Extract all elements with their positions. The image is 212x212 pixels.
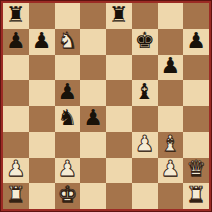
square-g6[interactable]: ♟ [158,55,184,81]
square-a2[interactable]: ♟ [3,158,29,184]
piece-black-pawn-h7[interactable]: ♟ [186,30,206,52]
square-g7[interactable] [158,29,184,55]
square-c7[interactable]: ♞ [55,29,81,55]
piece-black-pawn-c5[interactable]: ♟ [58,81,78,103]
square-f7[interactable]: ♚ [132,29,158,55]
square-h5[interactable] [183,80,209,106]
square-g1[interactable] [158,183,184,209]
square-g4[interactable] [158,106,184,132]
square-b6[interactable] [29,55,55,81]
square-f8[interactable] [132,3,158,29]
square-f6[interactable] [132,55,158,81]
piece-white-queeknight-h2[interactable]: ♛ [186,158,206,180]
square-c2[interactable]: ♟ [55,158,81,184]
piece-white-rook-a1[interactable]: ♜ [6,184,26,206]
square-g8[interactable] [158,3,184,29]
square-b8[interactable] [29,3,55,29]
square-g3[interactable]: ♝ [158,132,184,158]
square-d1[interactable] [80,183,106,209]
square-e1[interactable] [106,183,132,209]
square-e3[interactable] [106,132,132,158]
square-d2[interactable] [80,158,106,184]
square-c1[interactable]: ♚ [55,183,81,209]
square-h3[interactable] [183,132,209,158]
square-b7[interactable]: ♟ [29,29,55,55]
square-a4[interactable] [3,106,29,132]
piece-white-pawn-f3[interactable]: ♟ [135,133,155,155]
square-e7[interactable] [106,29,132,55]
square-d8[interactable] [80,3,106,29]
square-b4[interactable] [29,106,55,132]
square-f5[interactable]: ♝ [132,80,158,106]
piece-black-rook-a8[interactable]: ♜ [6,4,26,26]
piece-white-knight-c7[interactable]: ♞ [58,30,78,52]
square-a7[interactable]: ♟ [3,29,29,55]
piece-white-rook-h1[interactable]: ♜ [186,184,206,206]
board-frame: ♜♜♟♟♞♚♟♟♟♝♞♟♟♝♟♟♟♛♜♚♜ [0,0,212,212]
square-a5[interactable] [3,80,29,106]
square-c4[interactable]: ♞ [55,106,81,132]
piece-black-knight-c4[interactable]: ♞ [58,107,78,129]
square-b1[interactable] [29,183,55,209]
square-h8[interactable] [183,3,209,29]
square-e4[interactable] [106,106,132,132]
square-c8[interactable] [55,3,81,29]
piece-black-pawn-d4[interactable]: ♟ [83,107,103,129]
square-b5[interactable] [29,80,55,106]
square-h7[interactable]: ♟ [183,29,209,55]
square-c6[interactable] [55,55,81,81]
piece-white-pawn-g2[interactable]: ♟ [161,158,181,180]
piece-black-kiknightg-f7[interactable]: ♚ [135,30,155,52]
piece-black-pawn-g6[interactable]: ♟ [161,55,181,77]
square-g2[interactable]: ♟ [158,158,184,184]
square-f4[interactable] [132,106,158,132]
piece-black-pawn-a7[interactable]: ♟ [6,30,26,52]
square-c3[interactable] [55,132,81,158]
square-h4[interactable] [183,106,209,132]
piece-white-pawn-c2[interactable]: ♟ [58,158,78,180]
piece-black-rook-e8[interactable]: ♜ [109,4,129,26]
piece-white-bishopawn-g3[interactable]: ♝ [161,133,181,155]
square-c5[interactable]: ♟ [55,80,81,106]
piece-black-bishopawn-f5[interactable]: ♝ [135,81,155,103]
square-d6[interactable] [80,55,106,81]
square-f2[interactable] [132,158,158,184]
square-f3[interactable]: ♟ [132,132,158,158]
piece-white-kiknightg-c1[interactable]: ♚ [58,184,78,206]
square-a6[interactable] [3,55,29,81]
square-h2[interactable]: ♛ [183,158,209,184]
square-e5[interactable] [106,80,132,106]
square-b2[interactable] [29,158,55,184]
square-h1[interactable]: ♜ [183,183,209,209]
piece-white-pawn-a2[interactable]: ♟ [6,158,26,180]
square-e6[interactable] [106,55,132,81]
square-e2[interactable] [106,158,132,184]
square-h6[interactable] [183,55,209,81]
square-a8[interactable]: ♜ [3,3,29,29]
square-a1[interactable]: ♜ [3,183,29,209]
piece-black-pawn-b7[interactable]: ♟ [32,30,52,52]
square-a3[interactable] [3,132,29,158]
square-d7[interactable] [80,29,106,55]
square-b3[interactable] [29,132,55,158]
square-d3[interactable] [80,132,106,158]
square-f1[interactable] [132,183,158,209]
square-d4[interactable]: ♟ [80,106,106,132]
square-e8[interactable]: ♜ [106,3,132,29]
square-g5[interactable] [158,80,184,106]
chess-board: ♜♜♟♟♞♚♟♟♟♝♞♟♟♝♟♟♟♛♜♚♜ [3,3,209,209]
square-d5[interactable] [80,80,106,106]
